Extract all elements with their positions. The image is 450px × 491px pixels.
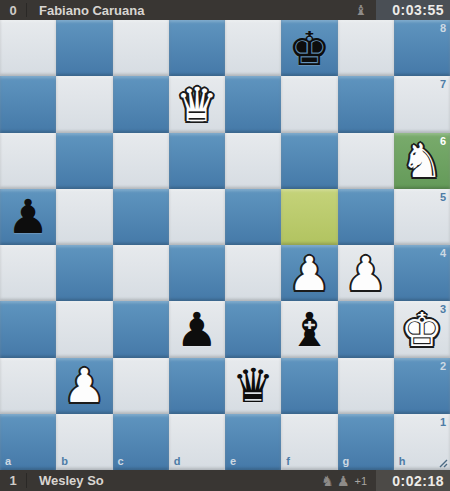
square-f2[interactable] xyxy=(281,358,337,414)
square-c6[interactable] xyxy=(113,133,169,189)
white-clock: 0:02:18 xyxy=(376,470,450,491)
file-label-d: d xyxy=(174,456,181,467)
square-e5[interactable] xyxy=(225,189,281,245)
square-a5[interactable]: ♟ xyxy=(0,189,56,245)
square-h2[interactable]: 2 xyxy=(394,358,450,414)
square-b3[interactable] xyxy=(56,301,112,357)
black-king[interactable]: ♚ xyxy=(288,25,330,72)
square-d2[interactable] xyxy=(169,358,225,414)
square-e8[interactable] xyxy=(225,20,281,76)
square-b2[interactable]: ♟ xyxy=(56,358,112,414)
square-b4[interactable] xyxy=(56,245,112,301)
square-f3[interactable]: ♝ xyxy=(281,301,337,357)
resize-handle-icon[interactable] xyxy=(437,457,448,468)
square-a8[interactable] xyxy=(0,20,56,76)
rank-label-6: 6 xyxy=(440,136,446,147)
square-g2[interactable] xyxy=(338,358,394,414)
square-c5[interactable] xyxy=(113,189,169,245)
square-h7[interactable]: 7 xyxy=(394,76,450,132)
square-e6[interactable] xyxy=(225,133,281,189)
square-a3[interactable] xyxy=(0,301,56,357)
square-g7[interactable] xyxy=(338,76,394,132)
square-e7[interactable] xyxy=(225,76,281,132)
rank-label-8: 8 xyxy=(440,23,446,34)
white-pawn[interactable]: ♟ xyxy=(345,250,387,297)
captured-knight-icon: ♞ xyxy=(321,474,334,488)
square-d4[interactable] xyxy=(169,245,225,301)
black-pawn[interactable]: ♟ xyxy=(176,306,218,353)
black-queen[interactable]: ♛ xyxy=(232,362,274,409)
material-advantage: +1 xyxy=(354,475,367,487)
white-player-name: Wesley So xyxy=(39,473,104,488)
square-e1[interactable]: e xyxy=(225,414,281,470)
square-c3[interactable] xyxy=(113,301,169,357)
square-h3[interactable]: 3♚ xyxy=(394,301,450,357)
square-d3[interactable]: ♟ xyxy=(169,301,225,357)
player-bar-black: 0 Fabiano Caruana ♝ 0:03:55 xyxy=(0,0,450,20)
player-bar-white: 1 Wesley So ♞ ♟ +1 0:02:18 xyxy=(0,470,450,491)
black-match-score: 0 xyxy=(0,3,26,18)
file-label-g: g xyxy=(343,456,350,467)
square-h1[interactable]: 1h xyxy=(394,414,450,470)
square-b5[interactable] xyxy=(56,189,112,245)
black-pawn[interactable]: ♟ xyxy=(7,193,49,240)
square-e4[interactable] xyxy=(225,245,281,301)
black-bishop[interactable]: ♝ xyxy=(288,306,330,353)
square-h5[interactable]: 5 xyxy=(394,189,450,245)
black-clock: 0:03:55 xyxy=(376,0,450,20)
square-b6[interactable] xyxy=(56,133,112,189)
square-b7[interactable] xyxy=(56,76,112,132)
square-d7[interactable]: ♛ xyxy=(169,76,225,132)
square-f4[interactable]: ♟ xyxy=(281,245,337,301)
captured-pawn-icon: ♟ xyxy=(337,474,350,488)
square-h4[interactable]: 4 xyxy=(394,245,450,301)
square-a4[interactable] xyxy=(0,245,56,301)
file-label-e: e xyxy=(230,456,236,467)
rank-label-2: 2 xyxy=(440,361,446,372)
black-player-name: Fabiano Caruana xyxy=(39,3,144,18)
rank-label-7: 7 xyxy=(440,79,446,90)
white-knight[interactable]: ♞ xyxy=(401,137,443,184)
file-label-h: h xyxy=(399,456,406,467)
square-e3[interactable] xyxy=(225,301,281,357)
square-h8[interactable]: 8 xyxy=(394,20,450,76)
square-g5[interactable] xyxy=(338,189,394,245)
square-f7[interactable] xyxy=(281,76,337,132)
rank-label-4: 4 xyxy=(440,248,446,259)
rank-label-3: 3 xyxy=(440,304,446,315)
square-d1[interactable]: d xyxy=(169,414,225,470)
chess-board: ♚8♛76♞♟5♟♟4♟♝3♚♟♛2abcdefg1h xyxy=(0,20,450,470)
square-e2[interactable]: ♛ xyxy=(225,358,281,414)
square-a2[interactable] xyxy=(0,358,56,414)
square-a6[interactable] xyxy=(0,133,56,189)
square-g6[interactable] xyxy=(338,133,394,189)
square-c7[interactable] xyxy=(113,76,169,132)
black-captured-tray: ♝ xyxy=(354,3,367,17)
captured-bishop-icon: ♝ xyxy=(354,3,367,17)
square-g1[interactable]: g xyxy=(338,414,394,470)
rank-label-5: 5 xyxy=(440,192,446,203)
square-d5[interactable] xyxy=(169,189,225,245)
square-f5[interactable] xyxy=(281,189,337,245)
square-g3[interactable] xyxy=(338,301,394,357)
white-captured-tray: ♞ ♟ +1 xyxy=(321,474,367,488)
chess-broadcast-window: 0 Fabiano Caruana ♝ 0:03:55 ♚8♛76♞♟5♟♟4♟… xyxy=(0,0,450,491)
square-a1[interactable]: a xyxy=(0,414,56,470)
file-label-c: c xyxy=(118,456,124,467)
square-h6[interactable]: 6♞ xyxy=(394,133,450,189)
file-label-b: b xyxy=(61,456,68,467)
square-f1[interactable]: f xyxy=(281,414,337,470)
square-d6[interactable] xyxy=(169,133,225,189)
square-d8[interactable] xyxy=(169,20,225,76)
white-match-score: 1 xyxy=(0,473,26,488)
bar-divider xyxy=(26,473,27,488)
rank-label-1: 1 xyxy=(440,417,446,428)
square-b8[interactable] xyxy=(56,20,112,76)
square-c1[interactable]: c xyxy=(113,414,169,470)
square-b1[interactable]: b xyxy=(56,414,112,470)
white-pawn[interactable]: ♟ xyxy=(63,362,105,409)
file-label-a: a xyxy=(5,456,11,467)
white-pawn[interactable]: ♟ xyxy=(288,250,330,297)
bar-divider xyxy=(26,3,27,17)
white-queen[interactable]: ♛ xyxy=(176,81,218,128)
square-c4[interactable] xyxy=(113,245,169,301)
white-king[interactable]: ♚ xyxy=(401,306,443,353)
square-a7[interactable] xyxy=(0,76,56,132)
file-label-f: f xyxy=(286,456,290,467)
square-f6[interactable] xyxy=(281,133,337,189)
square-g8[interactable] xyxy=(338,20,394,76)
square-c2[interactable] xyxy=(113,358,169,414)
square-f8[interactable]: ♚ xyxy=(281,20,337,76)
square-c8[interactable] xyxy=(113,20,169,76)
square-g4[interactable]: ♟ xyxy=(338,245,394,301)
